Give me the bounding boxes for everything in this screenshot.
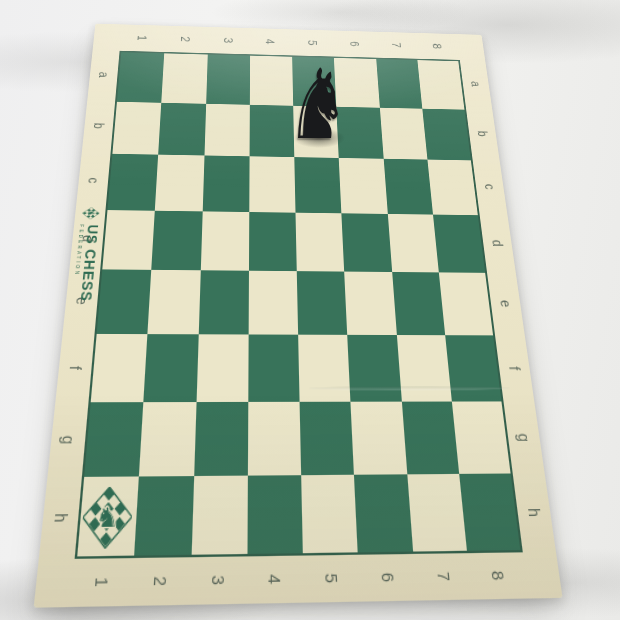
square-a8[interactable]	[417, 60, 464, 109]
square-f7[interactable]	[396, 335, 451, 402]
square-e5[interactable]	[297, 271, 348, 334]
square-b1[interactable]	[112, 101, 161, 154]
square-c1[interactable]	[108, 154, 159, 211]
square-b2[interactable]	[158, 102, 205, 155]
square-f1[interactable]	[91, 333, 148, 402]
square-f2[interactable]	[144, 334, 199, 403]
square-h8[interactable]	[459, 473, 520, 551]
rank-label-4: 4	[253, 549, 298, 610]
square-c4[interactable]	[249, 156, 295, 212]
square-g8[interactable]	[452, 401, 511, 473]
labels-bottom: 12345678	[70, 552, 528, 607]
square-a7[interactable]	[376, 59, 422, 108]
rank-label-6: 6	[364, 548, 411, 609]
square-c8[interactable]	[427, 160, 478, 215]
square-f6[interactable]	[347, 334, 401, 401]
knight-diamond-icon: ♞	[80, 487, 133, 549]
knight-diamond-icon-small	[82, 207, 100, 219]
square-h4[interactable]	[247, 475, 303, 554]
square-e4[interactable]	[248, 271, 298, 334]
square-g2[interactable]	[139, 402, 196, 476]
square-e8[interactable]	[439, 272, 493, 334]
square-c3[interactable]	[202, 155, 249, 211]
square-d4[interactable]	[249, 212, 297, 272]
rank-label-5: 5	[309, 548, 355, 609]
square-g3[interactable]	[194, 402, 248, 476]
square-e7[interactable]	[392, 272, 445, 335]
square-d7[interactable]	[387, 214, 438, 273]
black-knight[interactable]: ♞	[282, 56, 354, 153]
square-d8[interactable]	[433, 214, 485, 273]
square-d3[interactable]	[200, 211, 249, 271]
rank-label-1: 1	[76, 552, 126, 614]
square-c7[interactable]	[383, 159, 432, 214]
square-b3[interactable]	[204, 103, 250, 156]
square-h2[interactable]	[134, 475, 193, 555]
square-c5[interactable]	[294, 157, 341, 213]
square-e3[interactable]	[198, 270, 248, 334]
square-d5[interactable]	[295, 212, 344, 271]
square-d1[interactable]	[102, 210, 155, 270]
square-h6[interactable]	[354, 474, 412, 553]
square-f3[interactable]	[196, 334, 248, 402]
square-e1[interactable]	[97, 269, 152, 333]
square-a1[interactable]	[117, 52, 164, 102]
uschess-corner-emblem: ♞	[75, 478, 138, 559]
rank-label-2: 2	[136, 551, 184, 613]
square-b8[interactable]	[422, 108, 471, 160]
square-g4[interactable]	[248, 402, 302, 475]
square-f8[interactable]	[445, 335, 502, 402]
square-a3[interactable]	[206, 55, 250, 105]
scene: 12345678 12345678 abcdefgh abcdefgh	[0, 0, 620, 620]
square-b7[interactable]	[379, 107, 427, 159]
square-h7[interactable]	[407, 473, 467, 551]
rank-label-7: 7	[419, 547, 467, 607]
square-c6[interactable]	[339, 158, 387, 214]
square-a2[interactable]	[162, 53, 208, 103]
square-g7[interactable]	[401, 402, 458, 474]
rank-label-3: 3	[194, 550, 240, 612]
square-g6[interactable]	[351, 402, 407, 475]
square-g5[interactable]	[300, 402, 355, 475]
square-g1[interactable]	[84, 402, 143, 476]
square-f4[interactable]	[248, 334, 300, 402]
square-h3[interactable]	[191, 475, 248, 555]
square-d2[interactable]	[152, 210, 203, 270]
square-c2[interactable]	[155, 155, 204, 211]
square-e6[interactable]	[344, 272, 396, 335]
square-h5[interactable]	[301, 474, 358, 553]
svg-text:♞: ♞	[94, 502, 120, 534]
square-f5[interactable]	[298, 334, 351, 402]
square-e2[interactable]	[148, 270, 201, 334]
square-d6[interactable]	[342, 213, 392, 272]
rank-label-8: 8	[474, 546, 524, 606]
